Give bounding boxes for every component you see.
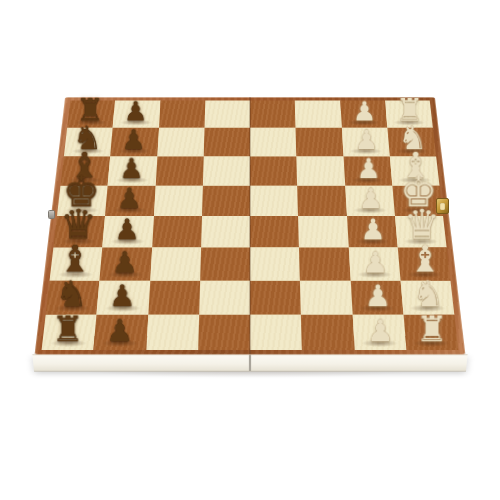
square-h4[interactable]: [250, 100, 296, 127]
piece-white-pawn[interactable]: ♟: [343, 127, 389, 154]
square-a7[interactable]: ♟: [94, 315, 148, 350]
piece-black-pawn[interactable]: ♟: [94, 316, 146, 346]
square-g3[interactable]: [296, 128, 343, 156]
board-side-edge: [32, 354, 467, 371]
piece-black-pawn[interactable]: ♟: [97, 282, 148, 312]
square-b2[interactable]: ♟: [350, 280, 403, 314]
piece-black-pawn[interactable]: ♟: [113, 99, 159, 125]
piece-white-pawn[interactable]: ♟: [352, 282, 403, 312]
piece-black-rook[interactable]: ♜: [42, 311, 94, 347]
piece-white-pawn[interactable]: ♟: [354, 316, 406, 346]
square-e4[interactable]: [250, 186, 298, 216]
square-c6[interactable]: [150, 248, 201, 281]
square-h3[interactable]: [295, 100, 342, 127]
square-a1[interactable]: ♜: [403, 315, 458, 350]
piece-white-pawn[interactable]: ♟: [346, 185, 394, 213]
piece-white-rook[interactable]: ♜: [406, 311, 458, 347]
piece-white-pawn[interactable]: ♟: [341, 99, 387, 125]
side-edge-seam: [249, 355, 251, 371]
square-h5[interactable]: [204, 100, 250, 127]
square-f7[interactable]: ♟: [108, 156, 157, 185]
square-c3[interactable]: [299, 248, 350, 281]
square-d3[interactable]: [298, 216, 348, 248]
piece-black-pawn[interactable]: ♟: [103, 216, 152, 244]
square-a4[interactable]: [250, 315, 302, 350]
square-a3[interactable]: [301, 315, 354, 350]
square-f5[interactable]: [203, 156, 250, 185]
square-g6[interactable]: [157, 128, 204, 156]
square-c7[interactable]: ♟: [100, 248, 152, 281]
square-c5[interactable]: [200, 248, 250, 281]
square-b5[interactable]: [199, 280, 250, 314]
square-g4[interactable]: [250, 128, 297, 156]
piece-white-pawn[interactable]: ♟: [350, 248, 400, 277]
square-e6[interactable]: [154, 186, 203, 216]
square-a6[interactable]: [146, 315, 199, 350]
square-e3[interactable]: [297, 186, 346, 216]
square-f2[interactable]: ♟: [343, 156, 392, 185]
hinge-pin: [48, 210, 55, 219]
chess-board: ♜♟♟♜♞♟♟♞♝♟♟♝♚♟♟♚♛♟♟♛♝♟♟♝♞♟♟♞♜♟♟♜: [35, 97, 466, 354]
square-a5[interactable]: [198, 315, 250, 350]
square-g5[interactable]: [203, 128, 250, 156]
product-photo-scene: ♜♟♟♜♞♟♟♞♝♟♟♝♚♟♟♚♛♟♟♛♝♟♟♝♞♟♟♞♜♟♟♜: [0, 0, 500, 500]
square-d2[interactable]: ♟: [347, 216, 398, 248]
latch-hole: [440, 203, 445, 210]
piece-black-pawn[interactable]: ♟: [108, 155, 155, 182]
square-b3[interactable]: [300, 280, 352, 314]
piece-white-knight[interactable]: ♞: [403, 275, 454, 311]
square-d4[interactable]: [250, 216, 299, 248]
square-f3[interactable]: [297, 156, 345, 185]
brass-latch: [436, 198, 449, 214]
piece-black-pawn[interactable]: ♟: [100, 248, 150, 277]
square-h6[interactable]: [159, 100, 206, 127]
square-a8[interactable]: ♜: [42, 315, 97, 350]
square-d5[interactable]: [201, 216, 250, 248]
square-f4[interactable]: [250, 156, 297, 185]
square-d6[interactable]: [152, 216, 202, 248]
square-b6[interactable]: [148, 280, 200, 314]
piece-black-pawn[interactable]: ♟: [106, 185, 154, 213]
square-a2[interactable]: ♟: [352, 315, 406, 350]
square-b4[interactable]: [250, 280, 301, 314]
square-d7[interactable]: ♟: [103, 216, 154, 248]
piece-black-knight[interactable]: ♞: [46, 275, 97, 311]
square-e5[interactable]: [202, 186, 250, 216]
piece-black-pawn[interactable]: ♟: [111, 127, 157, 154]
square-c4[interactable]: [250, 248, 300, 281]
piece-white-pawn[interactable]: ♟: [348, 216, 397, 244]
square-b7[interactable]: ♟: [97, 280, 150, 314]
square-e2[interactable]: ♟: [345, 186, 395, 216]
piece-white-pawn[interactable]: ♟: [345, 155, 392, 182]
square-e7[interactable]: ♟: [105, 186, 155, 216]
square-c2[interactable]: ♟: [348, 248, 400, 281]
square-f6[interactable]: [155, 156, 203, 185]
